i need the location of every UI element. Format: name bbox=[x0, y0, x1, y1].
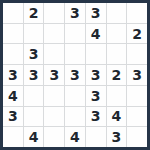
board: 233423333332343334443 bbox=[3, 3, 147, 147]
cell-clue-r6c1[interactable]: 3 bbox=[3, 107, 23, 127]
cell-empty-r5c2[interactable] bbox=[24, 86, 44, 106]
cell-empty-r2c6[interactable] bbox=[107, 24, 127, 44]
cell-empty-r6c7[interactable] bbox=[127, 107, 147, 127]
cell-empty-r3c7[interactable] bbox=[127, 44, 147, 64]
cell-empty-r6c2[interactable] bbox=[24, 107, 44, 127]
cell-empty-r3c4[interactable] bbox=[65, 44, 85, 64]
cell-empty-r2c3[interactable] bbox=[44, 24, 64, 44]
cell-clue-r7c6[interactable]: 3 bbox=[107, 127, 127, 147]
cell-empty-r6c4[interactable] bbox=[65, 107, 85, 127]
cell-clue-r4c4[interactable]: 3 bbox=[65, 65, 85, 85]
cell-clue-r7c4[interactable]: 4 bbox=[65, 127, 85, 147]
cell-empty-r5c4[interactable] bbox=[65, 86, 85, 106]
cell-empty-r1c1[interactable] bbox=[3, 3, 23, 23]
cell-clue-r4c6[interactable]: 2 bbox=[107, 65, 127, 85]
cell-clue-r1c4[interactable]: 3 bbox=[65, 3, 85, 23]
cell-clue-r6c6[interactable]: 4 bbox=[107, 107, 127, 127]
cell-empty-r7c3[interactable] bbox=[44, 127, 64, 147]
cell-empty-r2c4[interactable] bbox=[65, 24, 85, 44]
cell-empty-r2c1[interactable] bbox=[3, 24, 23, 44]
cell-clue-r2c7[interactable]: 2 bbox=[127, 24, 147, 44]
puzzle-board-frame: 233423333332343334443 bbox=[0, 0, 150, 150]
cell-clue-r4c3[interactable]: 3 bbox=[44, 65, 64, 85]
cell-empty-r5c3[interactable] bbox=[44, 86, 64, 106]
cell-empty-r7c7[interactable] bbox=[127, 127, 147, 147]
cell-empty-r5c7[interactable] bbox=[127, 86, 147, 106]
cell-clue-r6c5[interactable]: 3 bbox=[86, 107, 106, 127]
cell-clue-r1c2[interactable]: 2 bbox=[24, 3, 44, 23]
cell-empty-r7c1[interactable] bbox=[3, 127, 23, 147]
cell-empty-r3c6[interactable] bbox=[107, 44, 127, 64]
cell-clue-r5c1[interactable]: 4 bbox=[3, 86, 23, 106]
cell-clue-r1c5[interactable]: 3 bbox=[86, 3, 106, 23]
cell-clue-r4c2[interactable]: 3 bbox=[24, 65, 44, 85]
cell-empty-r1c7[interactable] bbox=[127, 3, 147, 23]
cell-empty-r1c6[interactable] bbox=[107, 3, 127, 23]
cell-empty-r5c6[interactable] bbox=[107, 86, 127, 106]
cell-empty-r3c5[interactable] bbox=[86, 44, 106, 64]
cell-empty-r3c1[interactable] bbox=[3, 44, 23, 64]
cell-clue-r7c2[interactable]: 4 bbox=[24, 127, 44, 147]
cell-empty-r2c2[interactable] bbox=[24, 24, 44, 44]
cell-empty-r6c3[interactable] bbox=[44, 107, 64, 127]
cell-clue-r5c5[interactable]: 3 bbox=[86, 86, 106, 106]
cell-empty-r1c3[interactable] bbox=[44, 3, 64, 23]
cell-clue-r4c7[interactable]: 3 bbox=[127, 65, 147, 85]
cell-clue-r2c5[interactable]: 4 bbox=[86, 24, 106, 44]
cell-clue-r3c2[interactable]: 3 bbox=[24, 44, 44, 64]
cell-empty-r7c5[interactable] bbox=[86, 127, 106, 147]
cell-clue-r4c5[interactable]: 3 bbox=[86, 65, 106, 85]
cell-clue-r4c1[interactable]: 3 bbox=[3, 65, 23, 85]
cell-empty-r3c3[interactable] bbox=[44, 44, 64, 64]
